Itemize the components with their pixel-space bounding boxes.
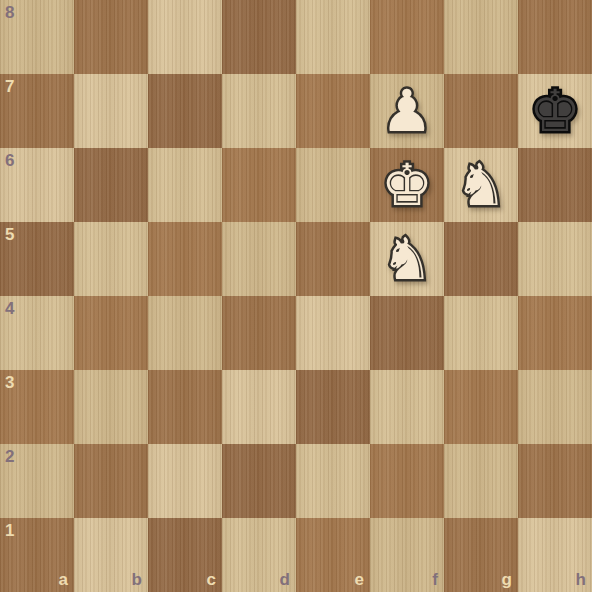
square-f8[interactable]	[370, 0, 444, 74]
square-f6[interactable]: ♚	[370, 148, 444, 222]
square-c8[interactable]	[148, 0, 222, 74]
square-c5[interactable]	[148, 222, 222, 296]
square-f4[interactable]	[370, 296, 444, 370]
rank-label-8: 8	[5, 4, 14, 21]
file-label-g: g	[502, 571, 512, 588]
square-a6[interactable]: 6	[0, 148, 74, 222]
square-c7[interactable]	[148, 74, 222, 148]
square-g7[interactable]	[444, 74, 518, 148]
square-e4[interactable]	[296, 296, 370, 370]
rank-label-5: 5	[5, 226, 14, 243]
square-g8[interactable]	[444, 0, 518, 74]
rank-label-3: 3	[5, 374, 14, 391]
square-b4[interactable]	[74, 296, 148, 370]
square-e2[interactable]	[296, 444, 370, 518]
square-c1[interactable]: c	[148, 518, 222, 592]
square-e8[interactable]	[296, 0, 370, 74]
white-knight-g6[interactable]: ♞	[455, 156, 507, 214]
square-g2[interactable]	[444, 444, 518, 518]
square-h3[interactable]	[518, 370, 592, 444]
square-a4[interactable]: 4	[0, 296, 74, 370]
square-f7[interactable]: ♟	[370, 74, 444, 148]
square-h6[interactable]	[518, 148, 592, 222]
square-e1[interactable]: e	[296, 518, 370, 592]
square-a7[interactable]: 7	[0, 74, 74, 148]
square-f2[interactable]	[370, 444, 444, 518]
square-c2[interactable]	[148, 444, 222, 518]
square-f5[interactable]: ♞	[370, 222, 444, 296]
square-e3[interactable]	[296, 370, 370, 444]
rank-label-7: 7	[5, 78, 14, 95]
square-b3[interactable]	[74, 370, 148, 444]
square-g4[interactable]	[444, 296, 518, 370]
square-d1[interactable]: d	[222, 518, 296, 592]
square-b1[interactable]: b	[74, 518, 148, 592]
square-d2[interactable]	[222, 444, 296, 518]
square-b5[interactable]	[74, 222, 148, 296]
square-d3[interactable]	[222, 370, 296, 444]
file-label-e: e	[355, 571, 364, 588]
square-h1[interactable]: h	[518, 518, 592, 592]
file-label-f: f	[432, 571, 438, 588]
square-g3[interactable]	[444, 370, 518, 444]
square-d8[interactable]	[222, 0, 296, 74]
square-a5[interactable]: 5	[0, 222, 74, 296]
square-e6[interactable]	[296, 148, 370, 222]
square-h7[interactable]: ♚	[518, 74, 592, 148]
square-h5[interactable]	[518, 222, 592, 296]
file-label-h: h	[576, 571, 586, 588]
square-d4[interactable]	[222, 296, 296, 370]
square-a3[interactable]: 3	[0, 370, 74, 444]
square-c6[interactable]	[148, 148, 222, 222]
chess-board: 87♟♚6♚♞5♞4321abcdefgh	[0, 0, 592, 592]
white-pawn-f7[interactable]: ♟	[381, 82, 433, 140]
black-king-h7[interactable]: ♚	[529, 82, 581, 140]
square-b2[interactable]	[74, 444, 148, 518]
square-d5[interactable]	[222, 222, 296, 296]
rank-label-2: 2	[5, 448, 14, 465]
rank-label-4: 4	[5, 300, 14, 317]
square-a2[interactable]: 2	[0, 444, 74, 518]
square-g1[interactable]: g	[444, 518, 518, 592]
square-a1[interactable]: 1a	[0, 518, 74, 592]
file-label-a: a	[59, 571, 68, 588]
file-label-c: c	[207, 571, 216, 588]
square-c3[interactable]	[148, 370, 222, 444]
square-b7[interactable]	[74, 74, 148, 148]
square-e7[interactable]	[296, 74, 370, 148]
square-e5[interactable]	[296, 222, 370, 296]
white-knight-f5[interactable]: ♞	[381, 230, 433, 288]
square-g5[interactable]	[444, 222, 518, 296]
white-king-f6[interactable]: ♚	[381, 156, 433, 214]
square-h8[interactable]	[518, 0, 592, 74]
square-h4[interactable]	[518, 296, 592, 370]
rank-label-1: 1	[5, 522, 14, 539]
square-d6[interactable]	[222, 148, 296, 222]
square-d7[interactable]	[222, 74, 296, 148]
square-c4[interactable]	[148, 296, 222, 370]
square-g6[interactable]: ♞	[444, 148, 518, 222]
rank-label-6: 6	[5, 152, 14, 169]
square-a8[interactable]: 8	[0, 0, 74, 74]
square-b8[interactable]	[74, 0, 148, 74]
file-label-b: b	[132, 571, 142, 588]
square-f1[interactable]: f	[370, 518, 444, 592]
square-h2[interactable]	[518, 444, 592, 518]
square-f3[interactable]	[370, 370, 444, 444]
file-label-d: d	[280, 571, 290, 588]
square-b6[interactable]	[74, 148, 148, 222]
